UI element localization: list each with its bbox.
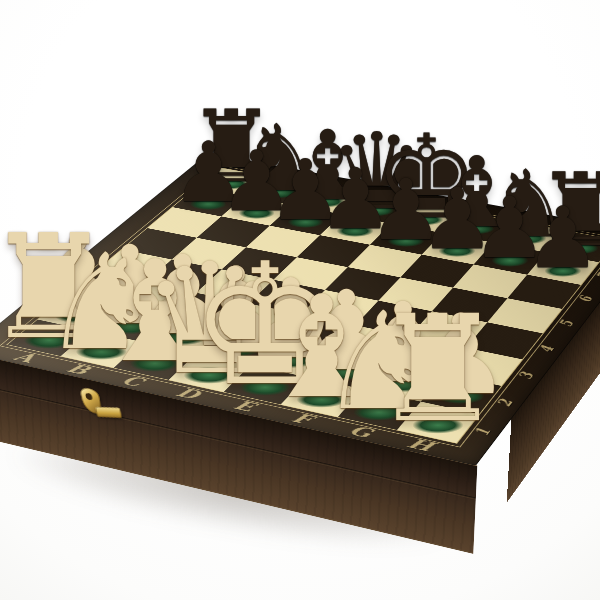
square-c2[interactable] (142, 317, 222, 354)
square-h1[interactable] (397, 401, 480, 443)
square-f2[interactable] (306, 350, 387, 389)
square-b2[interactable] (90, 306, 170, 342)
scene-3d: ABCDEFGH12345678 (0, 0, 600, 600)
square-e1[interactable] (224, 365, 306, 404)
square-b1[interactable] (60, 330, 142, 367)
square-c3[interactable] (170, 293, 248, 328)
rank-label-3: 3 (510, 366, 541, 384)
square-h5[interactable] (487, 298, 562, 333)
square-a1[interactable] (8, 319, 90, 356)
square-g1[interactable] (338, 389, 421, 430)
square-h4[interactable] (466, 322, 543, 359)
square-e2[interactable] (251, 339, 332, 377)
square-e4[interactable] (301, 290, 378, 325)
product-photo-stage: ABCDEFGH12345678 ♜♞♝♛♚♝♞♜♟♟♟♟♟♟♟♟♟♟♟♟♟♟♟… (0, 0, 600, 600)
square-f1[interactable] (280, 377, 363, 417)
square-d2[interactable] (196, 328, 276, 365)
square-c1[interactable] (114, 342, 196, 380)
clasp-plate (95, 406, 122, 417)
brass-clasp-icon (73, 386, 125, 426)
rank-label-6: 6 (571, 291, 600, 307)
square-d1[interactable] (168, 353, 250, 392)
square-g2[interactable] (363, 362, 444, 401)
square-g5[interactable] (432, 287, 507, 322)
rank-label-5: 5 (551, 315, 581, 332)
folding-chess-box: ABCDEFGH12345678 (0, 154, 600, 466)
square-e3[interactable] (276, 314, 355, 350)
square-f4[interactable] (355, 301, 432, 337)
square-g3[interactable] (387, 336, 466, 374)
square-h3[interactable] (444, 348, 523, 386)
rank-label-4: 4 (531, 340, 561, 357)
square-d3[interactable] (223, 303, 302, 339)
square-a2[interactable] (38, 295, 118, 330)
square-g4[interactable] (410, 311, 487, 347)
square-h2[interactable] (421, 374, 502, 414)
square-f3[interactable] (331, 325, 410, 362)
